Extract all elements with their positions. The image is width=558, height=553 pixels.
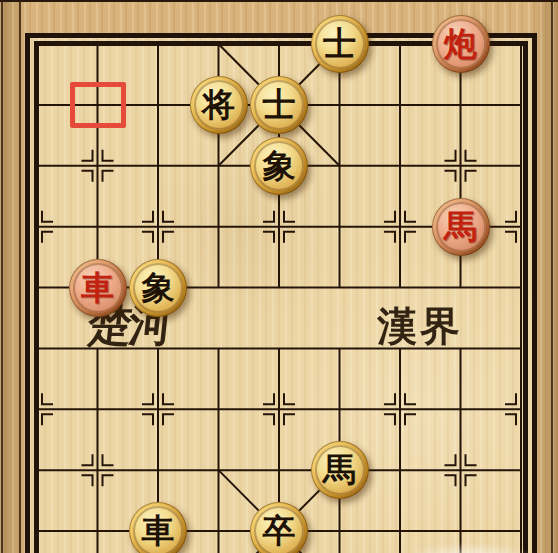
piece-character: 馬 — [311, 441, 369, 499]
last-move-highlight — [70, 82, 126, 128]
piece-red-cannon[interactable]: 炮 — [432, 15, 490, 73]
piece-character: 馬 — [432, 198, 490, 256]
river-label-han: 漢界 — [377, 299, 463, 354]
piece-black-advisor[interactable]: 士 — [311, 15, 369, 73]
piece-character: 卒 — [250, 502, 308, 553]
piece-character: 士 — [250, 76, 308, 134]
piece-black-advisor[interactable]: 士 — [250, 76, 308, 134]
piece-black-elephant[interactable]: 象 — [250, 137, 308, 195]
piece-red-horse[interactable]: 馬 — [432, 198, 490, 256]
piece-character: 象 — [250, 137, 308, 195]
piece-black-elephant[interactable]: 象 — [129, 259, 187, 317]
piece-character: 象 — [129, 259, 187, 317]
piece-character: 士 — [311, 15, 369, 73]
piece-character: 車 — [129, 502, 187, 553]
piece-character: 車 — [69, 259, 127, 317]
piece-black-horse[interactable]: 馬 — [311, 441, 369, 499]
piece-character: 炮 — [432, 15, 490, 73]
xiangqi-board: 楚河 漢界 士炮将士象馬車象馬車卒 — [0, 0, 558, 553]
piece-black-general[interactable]: 将 — [190, 76, 248, 134]
piece-character: 将 — [190, 76, 248, 134]
piece-red-chariot[interactable]: 車 — [69, 259, 127, 317]
piece-black-soldier[interactable]: 卒 — [250, 502, 308, 553]
piece-black-chariot[interactable]: 車 — [129, 502, 187, 553]
